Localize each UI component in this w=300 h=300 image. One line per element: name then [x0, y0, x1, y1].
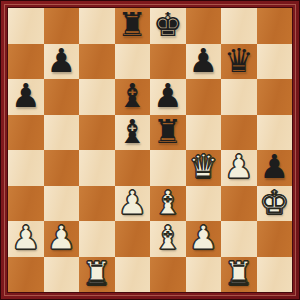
square-d4[interactable]: [115, 150, 151, 186]
square-e8[interactable]: ♚: [150, 8, 186, 44]
square-a1[interactable]: [8, 257, 44, 293]
square-g1[interactable]: ♜: [221, 257, 257, 293]
square-g8[interactable]: [221, 8, 257, 44]
square-h1[interactable]: [257, 257, 293, 293]
square-b1[interactable]: [44, 257, 80, 293]
square-f5[interactable]: [186, 115, 222, 151]
white-pawn-d3-icon[interactable]: ♟: [117, 186, 147, 219]
square-h7[interactable]: [257, 44, 293, 80]
square-h6[interactable]: [257, 79, 293, 115]
square-d2[interactable]: [115, 221, 151, 257]
square-g3[interactable]: [221, 186, 257, 222]
white-bishop-e2-icon[interactable]: ♝: [153, 221, 183, 254]
square-d1[interactable]: [115, 257, 151, 293]
square-f8[interactable]: [186, 8, 222, 44]
square-g4[interactable]: ♟: [221, 150, 257, 186]
black-pawn-h4-icon[interactable]: ♟: [259, 150, 289, 183]
square-c8[interactable]: [79, 8, 115, 44]
square-a5[interactable]: [8, 115, 44, 151]
square-e2[interactable]: ♝: [150, 221, 186, 257]
square-c6[interactable]: [79, 79, 115, 115]
square-f4[interactable]: ♛: [186, 150, 222, 186]
square-c4[interactable]: [79, 150, 115, 186]
square-a6[interactable]: ♟: [8, 79, 44, 115]
white-queen-f4-icon[interactable]: ♛: [188, 150, 218, 183]
square-c3[interactable]: [79, 186, 115, 222]
square-d5[interactable]: ♝: [115, 115, 151, 151]
square-e5[interactable]: ♜: [150, 115, 186, 151]
square-a7[interactable]: [8, 44, 44, 80]
black-rook-e5-icon[interactable]: ♜: [153, 115, 183, 148]
square-e1[interactable]: [150, 257, 186, 293]
square-f1[interactable]: [186, 257, 222, 293]
square-c7[interactable]: [79, 44, 115, 80]
square-d6[interactable]: ♝: [115, 79, 151, 115]
white-bishop-e3-icon[interactable]: ♝: [153, 186, 183, 219]
white-pawn-g4-icon[interactable]: ♟: [224, 150, 254, 183]
square-d8[interactable]: ♜: [115, 8, 151, 44]
square-c2[interactable]: [79, 221, 115, 257]
square-b5[interactable]: [44, 115, 80, 151]
black-rook-d8-icon[interactable]: ♜: [117, 8, 147, 41]
square-b3[interactable]: [44, 186, 80, 222]
square-b2[interactable]: ♟: [44, 221, 80, 257]
square-e4[interactable]: [150, 150, 186, 186]
square-b4[interactable]: [44, 150, 80, 186]
square-e3[interactable]: ♝: [150, 186, 186, 222]
black-pawn-b7-icon[interactable]: ♟: [46, 44, 76, 77]
square-h5[interactable]: [257, 115, 293, 151]
black-pawn-a6-icon[interactable]: ♟: [11, 79, 41, 112]
square-f2[interactable]: ♟: [186, 221, 222, 257]
chess-board-frame: ♜♚♟♟♛♟♝♟♝♜♛♟♟♟♝♚♟♟♝♟♜♜: [0, 0, 300, 300]
square-e7[interactable]: [150, 44, 186, 80]
square-b8[interactable]: [44, 8, 80, 44]
white-rook-g1-icon[interactable]: ♜: [224, 257, 254, 290]
square-g6[interactable]: [221, 79, 257, 115]
square-g7[interactable]: ♛: [221, 44, 257, 80]
square-h4[interactable]: ♟: [257, 150, 293, 186]
square-f6[interactable]: [186, 79, 222, 115]
black-bishop-d5-icon[interactable]: ♝: [117, 115, 147, 148]
square-h3[interactable]: ♚: [257, 186, 293, 222]
square-b7[interactable]: ♟: [44, 44, 80, 80]
square-a3[interactable]: [8, 186, 44, 222]
white-king-h3-icon[interactable]: ♚: [259, 186, 289, 219]
square-a2[interactable]: ♟: [8, 221, 44, 257]
square-e6[interactable]: ♟: [150, 79, 186, 115]
white-pawn-a2-icon[interactable]: ♟: [11, 221, 41, 254]
white-pawn-f2-icon[interactable]: ♟: [188, 221, 218, 254]
white-rook-c1-icon[interactable]: ♜: [82, 257, 112, 290]
square-a4[interactable]: [8, 150, 44, 186]
square-c5[interactable]: [79, 115, 115, 151]
square-h8[interactable]: [257, 8, 293, 44]
square-h2[interactable]: [257, 221, 293, 257]
square-d7[interactable]: [115, 44, 151, 80]
black-queen-g7-icon[interactable]: ♛: [224, 44, 254, 77]
square-f7[interactable]: ♟: [186, 44, 222, 80]
chess-board: ♜♚♟♟♛♟♝♟♝♜♛♟♟♟♝♚♟♟♝♟♜♜: [8, 8, 292, 292]
square-g5[interactable]: [221, 115, 257, 151]
black-pawn-e6-icon[interactable]: ♟: [153, 79, 183, 112]
square-a8[interactable]: [8, 8, 44, 44]
square-g2[interactable]: [221, 221, 257, 257]
black-bishop-d6-icon[interactable]: ♝: [117, 79, 147, 112]
black-pawn-f7-icon[interactable]: ♟: [188, 44, 218, 77]
square-c1[interactable]: ♜: [79, 257, 115, 293]
square-d3[interactable]: ♟: [115, 186, 151, 222]
white-pawn-b2-icon[interactable]: ♟: [46, 221, 76, 254]
square-f3[interactable]: [186, 186, 222, 222]
black-king-e8-icon[interactable]: ♚: [153, 8, 183, 41]
square-b6[interactable]: [44, 79, 80, 115]
